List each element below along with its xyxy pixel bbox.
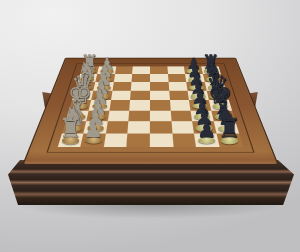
- square: [77, 73, 97, 81]
- square: [184, 66, 203, 74]
- square: [167, 73, 186, 81]
- square: [95, 73, 114, 81]
- square: [80, 133, 105, 146]
- square: [202, 73, 222, 81]
- square: [204, 82, 225, 91]
- square: [167, 66, 185, 74]
- square: [114, 66, 132, 74]
- square: [105, 121, 128, 133]
- square: [131, 82, 150, 91]
- square: [130, 90, 150, 99]
- square: [194, 133, 219, 146]
- square: [168, 90, 188, 99]
- square: [170, 110, 192, 121]
- square: [91, 90, 112, 99]
- square: [127, 121, 149, 133]
- square: [57, 133, 83, 146]
- square: [65, 110, 89, 121]
- square: [83, 121, 107, 133]
- square: [107, 110, 129, 121]
- square: [189, 100, 211, 110]
- square: [131, 73, 149, 81]
- square: [74, 82, 95, 91]
- square: [113, 73, 132, 81]
- square: [149, 100, 169, 110]
- square: [132, 66, 150, 74]
- square: [126, 133, 149, 146]
- square: [169, 100, 190, 110]
- square: [206, 90, 228, 99]
- square: [79, 66, 98, 74]
- square: [86, 110, 109, 121]
- square: [187, 90, 208, 99]
- square: [208, 100, 231, 110]
- board-grid: [57, 66, 242, 146]
- square: [211, 110, 235, 121]
- square: [150, 66, 168, 74]
- square: [190, 110, 213, 121]
- square: [150, 90, 170, 99]
- square: [128, 110, 149, 121]
- square: [201, 66, 220, 74]
- square: [186, 82, 206, 91]
- square: [168, 82, 188, 91]
- square: [192, 121, 216, 133]
- square: [88, 100, 110, 110]
- board-maple-border: [46, 63, 254, 152]
- square: [149, 121, 171, 133]
- square: [172, 133, 196, 146]
- square: [213, 121, 238, 133]
- square: [112, 82, 132, 91]
- square: [129, 100, 149, 110]
- square: [149, 133, 172, 146]
- square: [110, 90, 130, 99]
- chess-set-photo: ♜♟♟♜♞♟♟♞♝♟♟♝♛♟♟♛♚♟♟♚♝♟♟♝♞♟♟♞♜♟♟♜: [0, 0, 300, 252]
- square: [109, 100, 130, 110]
- square: [150, 73, 168, 81]
- board-case: [8, 160, 294, 205]
- square: [93, 82, 113, 91]
- square: [68, 100, 91, 110]
- square: [149, 110, 170, 121]
- chess-board: [22, 57, 278, 164]
- square: [71, 90, 93, 99]
- square: [185, 73, 204, 81]
- square: [61, 121, 86, 133]
- square: [97, 66, 116, 74]
- board-frame: [22, 57, 278, 164]
- square: [150, 82, 169, 91]
- square: [216, 133, 242, 146]
- square: [103, 133, 127, 146]
- square: [171, 121, 194, 133]
